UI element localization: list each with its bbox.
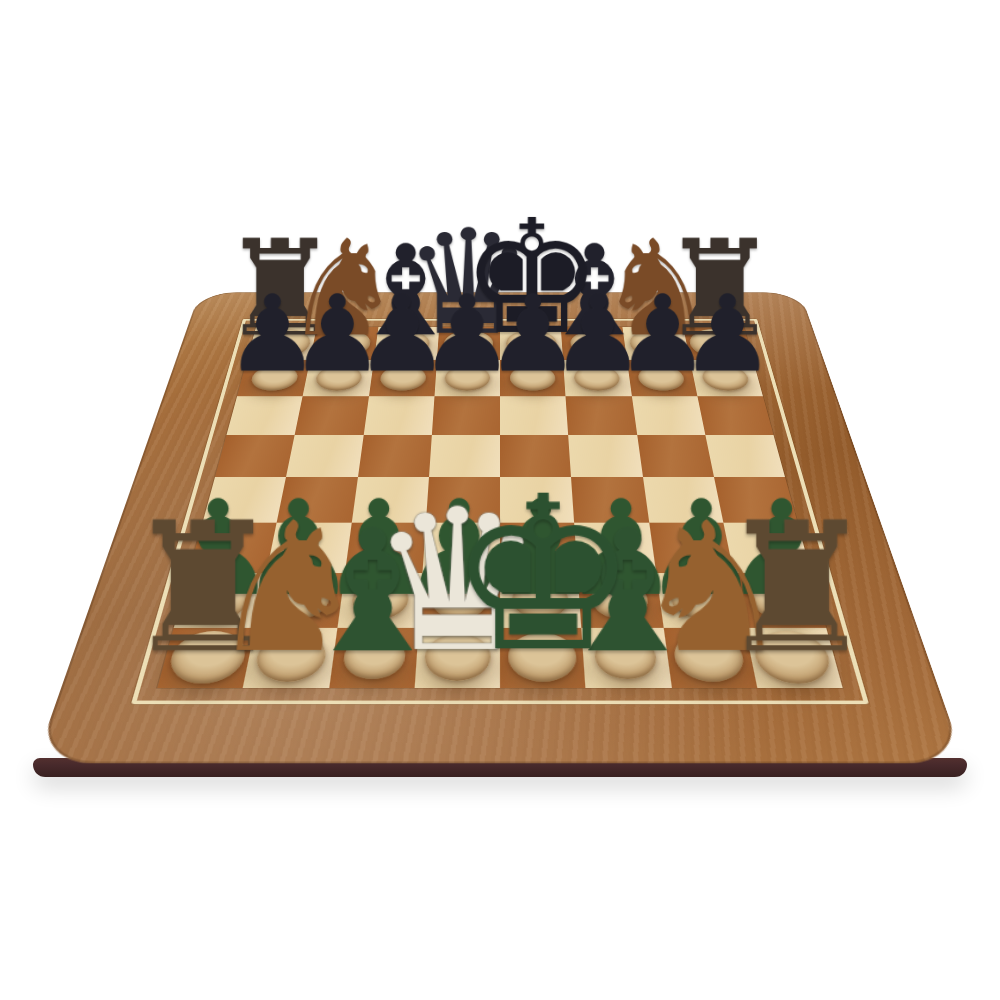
white-king-glyph: ♚ xyxy=(411,469,674,682)
white-rook-glyph: ♜ xyxy=(666,499,928,678)
product-photo-page: ♜♞♝♛♚♝♞♜♟♟♟♟♟♟♟♟♟♟♟♟♟♟♟♟♜♞♝♛♚♝♞♜ xyxy=(0,0,1000,1000)
scene: ♜♞♝♛♚♝♞♜♟♟♟♟♟♟♟♟♟♟♟♟♟♟♟♟♜♞♝♛♚♝♞♜ xyxy=(0,0,1000,1000)
chess-board: ♜♞♝♛♚♝♞♜♟♟♟♟♟♟♟♟♟♟♟♟♟♟♟♟♜♞♝♛♚♝♞♜ xyxy=(35,292,966,763)
